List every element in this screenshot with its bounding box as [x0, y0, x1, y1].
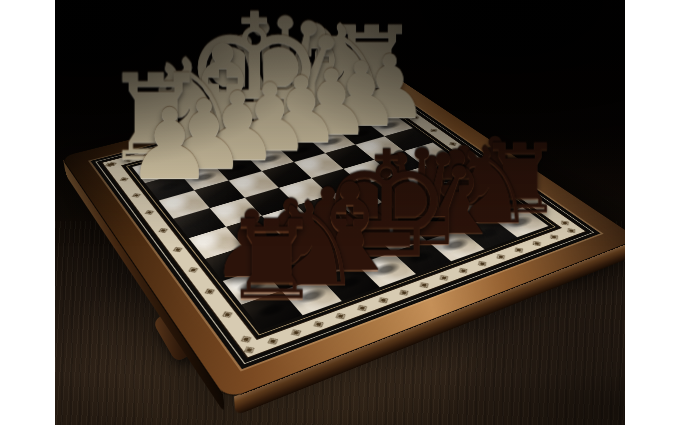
piece-black-rook-h8: ♜ — [223, 207, 321, 317]
photo-page: ◈ ◈ ◈ ◈ ◈ ◈ ◈ ◈ ◈ ◈ ◈ ◈ ◈ ◈ ◈ ◈ ◈ ◈ ◈ ◈ … — [0, 0, 680, 425]
letterbox-right — [625, 0, 680, 425]
chess-photo: ◈ ◈ ◈ ◈ ◈ ◈ ◈ ◈ ◈ ◈ ◈ ◈ ◈ ◈ ◈ ◈ ◈ ◈ ◈ ◈ … — [55, 0, 625, 425]
letterbox-left — [0, 0, 55, 425]
piece-white-pawn-h2: ♟ — [126, 95, 214, 193]
